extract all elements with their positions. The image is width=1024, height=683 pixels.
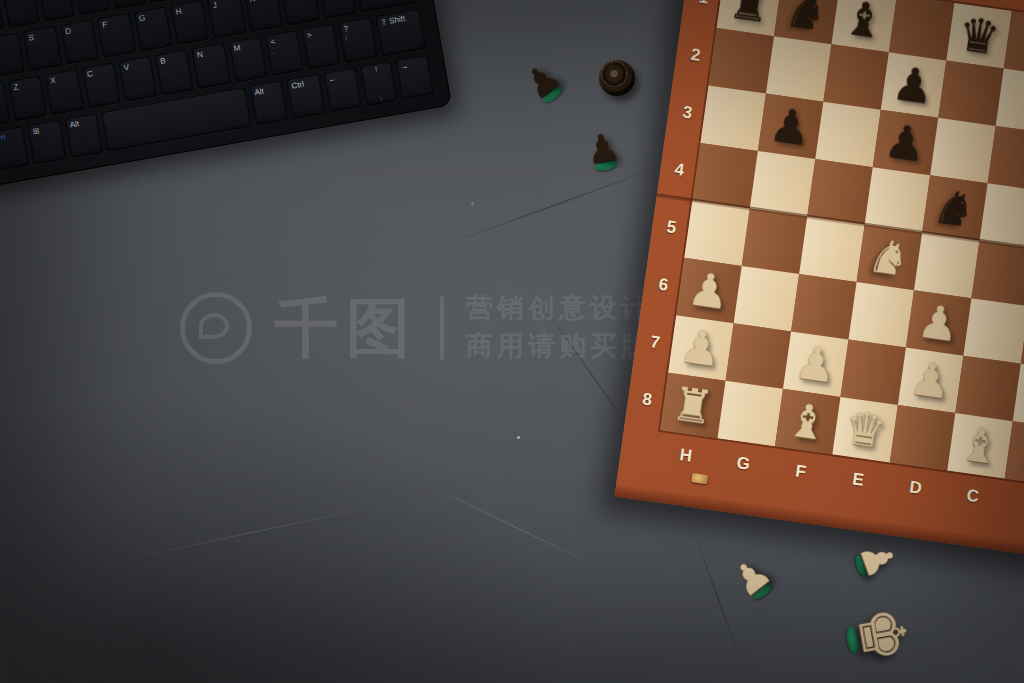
offboard-black-bishop-standing-topview — [599, 60, 635, 96]
square-c7 — [955, 356, 1021, 422]
keyboard: EscF1MediaF2F3◀◀F4▶▶F5♪F6▶F7F8F9F10F11F1… — [0, 0, 452, 195]
square-h2 — [708, 28, 774, 94]
fallen-piece-glyph: ♚ — [847, 602, 918, 668]
key--: → — [395, 54, 434, 99]
rank-label-6: 6 — [651, 274, 676, 297]
piece-white-pawn-d6: ♟ — [915, 297, 962, 348]
square-h7: ♟ — [668, 315, 734, 381]
watermark-logo-icon — [180, 292, 252, 364]
desk-speck — [471, 202, 474, 205]
square-f8: ♝ — [775, 389, 841, 455]
rank-label-3: 3 — [675, 101, 700, 124]
key--: ?/ — [339, 17, 378, 62]
desk-crack-line — [689, 520, 745, 671]
key--: ⊞ — [28, 119, 67, 164]
file-label-e: E — [828, 466, 888, 494]
key-a: A — [0, 32, 25, 77]
square-h4 — [692, 143, 758, 209]
square-f5 — [799, 217, 865, 283]
rank-label-5: 5 — [659, 216, 684, 239]
square-h3 — [700, 86, 766, 152]
piece-white-queen-e8: ♛ — [841, 404, 888, 455]
fallen-piece-glyph: ♟ — [725, 550, 778, 604]
key--: ← — [323, 67, 362, 112]
rank-label-7: 7 — [643, 331, 668, 354]
offboard-black-pawn-fallen-1: ♟ — [517, 55, 569, 108]
square-h5 — [684, 200, 750, 266]
piece-black-knight-d4: ♞ — [931, 182, 978, 233]
key-z: Z — [8, 76, 47, 121]
key--: <, — [265, 30, 304, 75]
square-f4 — [807, 159, 873, 225]
key-v: V — [119, 56, 158, 101]
key--: ↑↓ — [360, 61, 397, 106]
piece-white-pawn-h6: ♟ — [685, 265, 732, 316]
square-f2 — [823, 44, 889, 110]
watermark-brand: 千图 — [274, 296, 418, 360]
piece-black-rook-h1: ♜ — [726, 0, 773, 29]
chess-board-grid: ♜♞♝♛♟♟♟♞♞♟♟♟♟♟♜♝♛♝ — [660, 0, 1024, 495]
square-e6 — [849, 282, 915, 348]
piece-white-bishop-f8: ♝ — [784, 396, 831, 447]
key-t: T — [109, 0, 147, 9]
key-q: Q — [0, 0, 4, 34]
rank-label-1: 1 — [691, 0, 716, 9]
key-w: W — [2, 0, 40, 28]
key-m: M — [229, 37, 268, 82]
desk-crack-line — [430, 161, 675, 251]
piece-black-pawn-e3: ♟ — [882, 117, 929, 168]
key--shift: ⇧ Shift — [375, 9, 426, 56]
piece-white-pawn-f7: ♟ — [792, 339, 839, 390]
piece-white-pawn-h7: ♟ — [677, 322, 724, 373]
key--shift: ⇧ Shift — [0, 82, 11, 133]
square-g8 — [717, 381, 783, 447]
square-e7 — [840, 339, 906, 405]
key-y: Y — [144, 0, 182, 3]
square-d8 — [890, 405, 956, 471]
square-d3 — [930, 118, 996, 184]
desk-scratch-line — [120, 506, 375, 561]
offboard-white-pawn-fallen-2: ♟ — [851, 536, 904, 584]
desk-scratch-line — [420, 480, 609, 573]
file-label-d: D — [885, 474, 945, 502]
key-k: K — [244, 0, 283, 32]
square-d1: ♛ — [946, 3, 1012, 69]
square-g5 — [742, 208, 808, 274]
square-c6 — [963, 298, 1024, 364]
square-e2: ♟ — [881, 52, 947, 118]
square-g7 — [726, 323, 792, 389]
fallen-piece-glyph: ♟ — [853, 536, 903, 583]
rank-label-8: 8 — [635, 389, 660, 412]
watermark-separator — [440, 296, 444, 360]
piece-white-bishop-c8: ♝ — [956, 420, 1003, 471]
square-f7: ♟ — [783, 331, 849, 397]
piece-topview-circle — [599, 60, 635, 96]
key-fn: Fn — [0, 126, 30, 171]
square-d5 — [914, 233, 980, 299]
square-f3 — [815, 102, 881, 168]
file-label-f: F — [770, 458, 830, 486]
key-f: F — [97, 13, 136, 58]
key-n: N — [192, 43, 231, 88]
square-d6: ♟ — [906, 290, 972, 356]
key-j: J — [208, 0, 247, 39]
key-d: D — [60, 19, 99, 64]
chess-board: ♜♞♝♛♟♟♟♞♞♟♟♟♟♟♜♝♛♝ 12345678HGFEDCBA — [614, 0, 1024, 571]
key-c: C — [82, 63, 121, 108]
offboard-black-pawn-fallen-2: ♟ — [583, 127, 624, 173]
piece-black-queen-d1: ♛ — [955, 10, 1002, 61]
key--: >. — [302, 24, 341, 69]
key-r: R — [73, 0, 111, 15]
stock-photo-scene: 千图 营销创意设计 协作平台 商用请购买版权 EscF1MediaF2F3◀◀F… — [0, 0, 1024, 683]
piece-black-knight-g1: ♞ — [783, 0, 830, 37]
square-h6: ♟ — [676, 258, 742, 324]
rank-label-2: 2 — [683, 44, 708, 67]
square-g4 — [750, 151, 816, 217]
square-d4: ♞ — [922, 175, 988, 241]
file-label-g: G — [713, 450, 773, 478]
offboard-white-pawn-fallen-1: ♟ — [725, 550, 780, 606]
piece-white-rook-h8: ♜ — [669, 380, 716, 431]
square-f1: ♝ — [831, 0, 897, 52]
file-label-c: C — [943, 482, 1003, 510]
piece-black-pawn-e2: ♟ — [890, 59, 937, 110]
square-c8: ♝ — [947, 413, 1013, 479]
square-c5 — [971, 241, 1024, 307]
square-e1 — [889, 0, 955, 60]
key-s: S — [23, 26, 62, 71]
key-b: B — [155, 50, 194, 95]
square-e8: ♛ — [832, 397, 898, 463]
square-f6 — [791, 274, 857, 340]
square-d2 — [938, 60, 1004, 126]
fallen-piece-glyph: ♟ — [583, 127, 623, 170]
piece-white-knight-e5: ♞ — [866, 232, 913, 283]
square-d7: ♟ — [898, 348, 964, 414]
key-ctrl: Ctrl — [286, 74, 325, 119]
square-h8: ♜ — [660, 373, 726, 439]
file-label-b: B — [1000, 490, 1024, 518]
key-alt: Alt — [64, 113, 103, 158]
desk-speck — [517, 436, 520, 439]
key-g: G — [134, 6, 173, 51]
key-x: X — [45, 69, 84, 114]
key-alt: Alt — [249, 80, 288, 125]
square-g2 — [766, 36, 832, 102]
board-brass-latch — [691, 473, 708, 484]
square-e5: ♞ — [857, 225, 923, 291]
offboard-white-king-fallen: ♚ — [842, 602, 918, 668]
piece-black-pawn-g3: ♟ — [767, 101, 814, 152]
key-l: L — [281, 0, 320, 26]
file-label-h: H — [656, 442, 716, 470]
key--: :; — [318, 0, 357, 19]
piece-white-pawn-d7: ♟ — [907, 355, 954, 406]
key-e: E — [38, 0, 76, 22]
piece-black-bishop-f1: ♝ — [841, 0, 888, 45]
square-e3: ♟ — [873, 110, 939, 176]
key-h: H — [171, 0, 210, 45]
square-g3: ♟ — [758, 94, 824, 160]
square-e4 — [865, 167, 931, 233]
square-g6 — [734, 266, 800, 332]
rank-label-4: 4 — [667, 159, 692, 182]
fallen-piece-glyph: ♟ — [517, 55, 567, 106]
